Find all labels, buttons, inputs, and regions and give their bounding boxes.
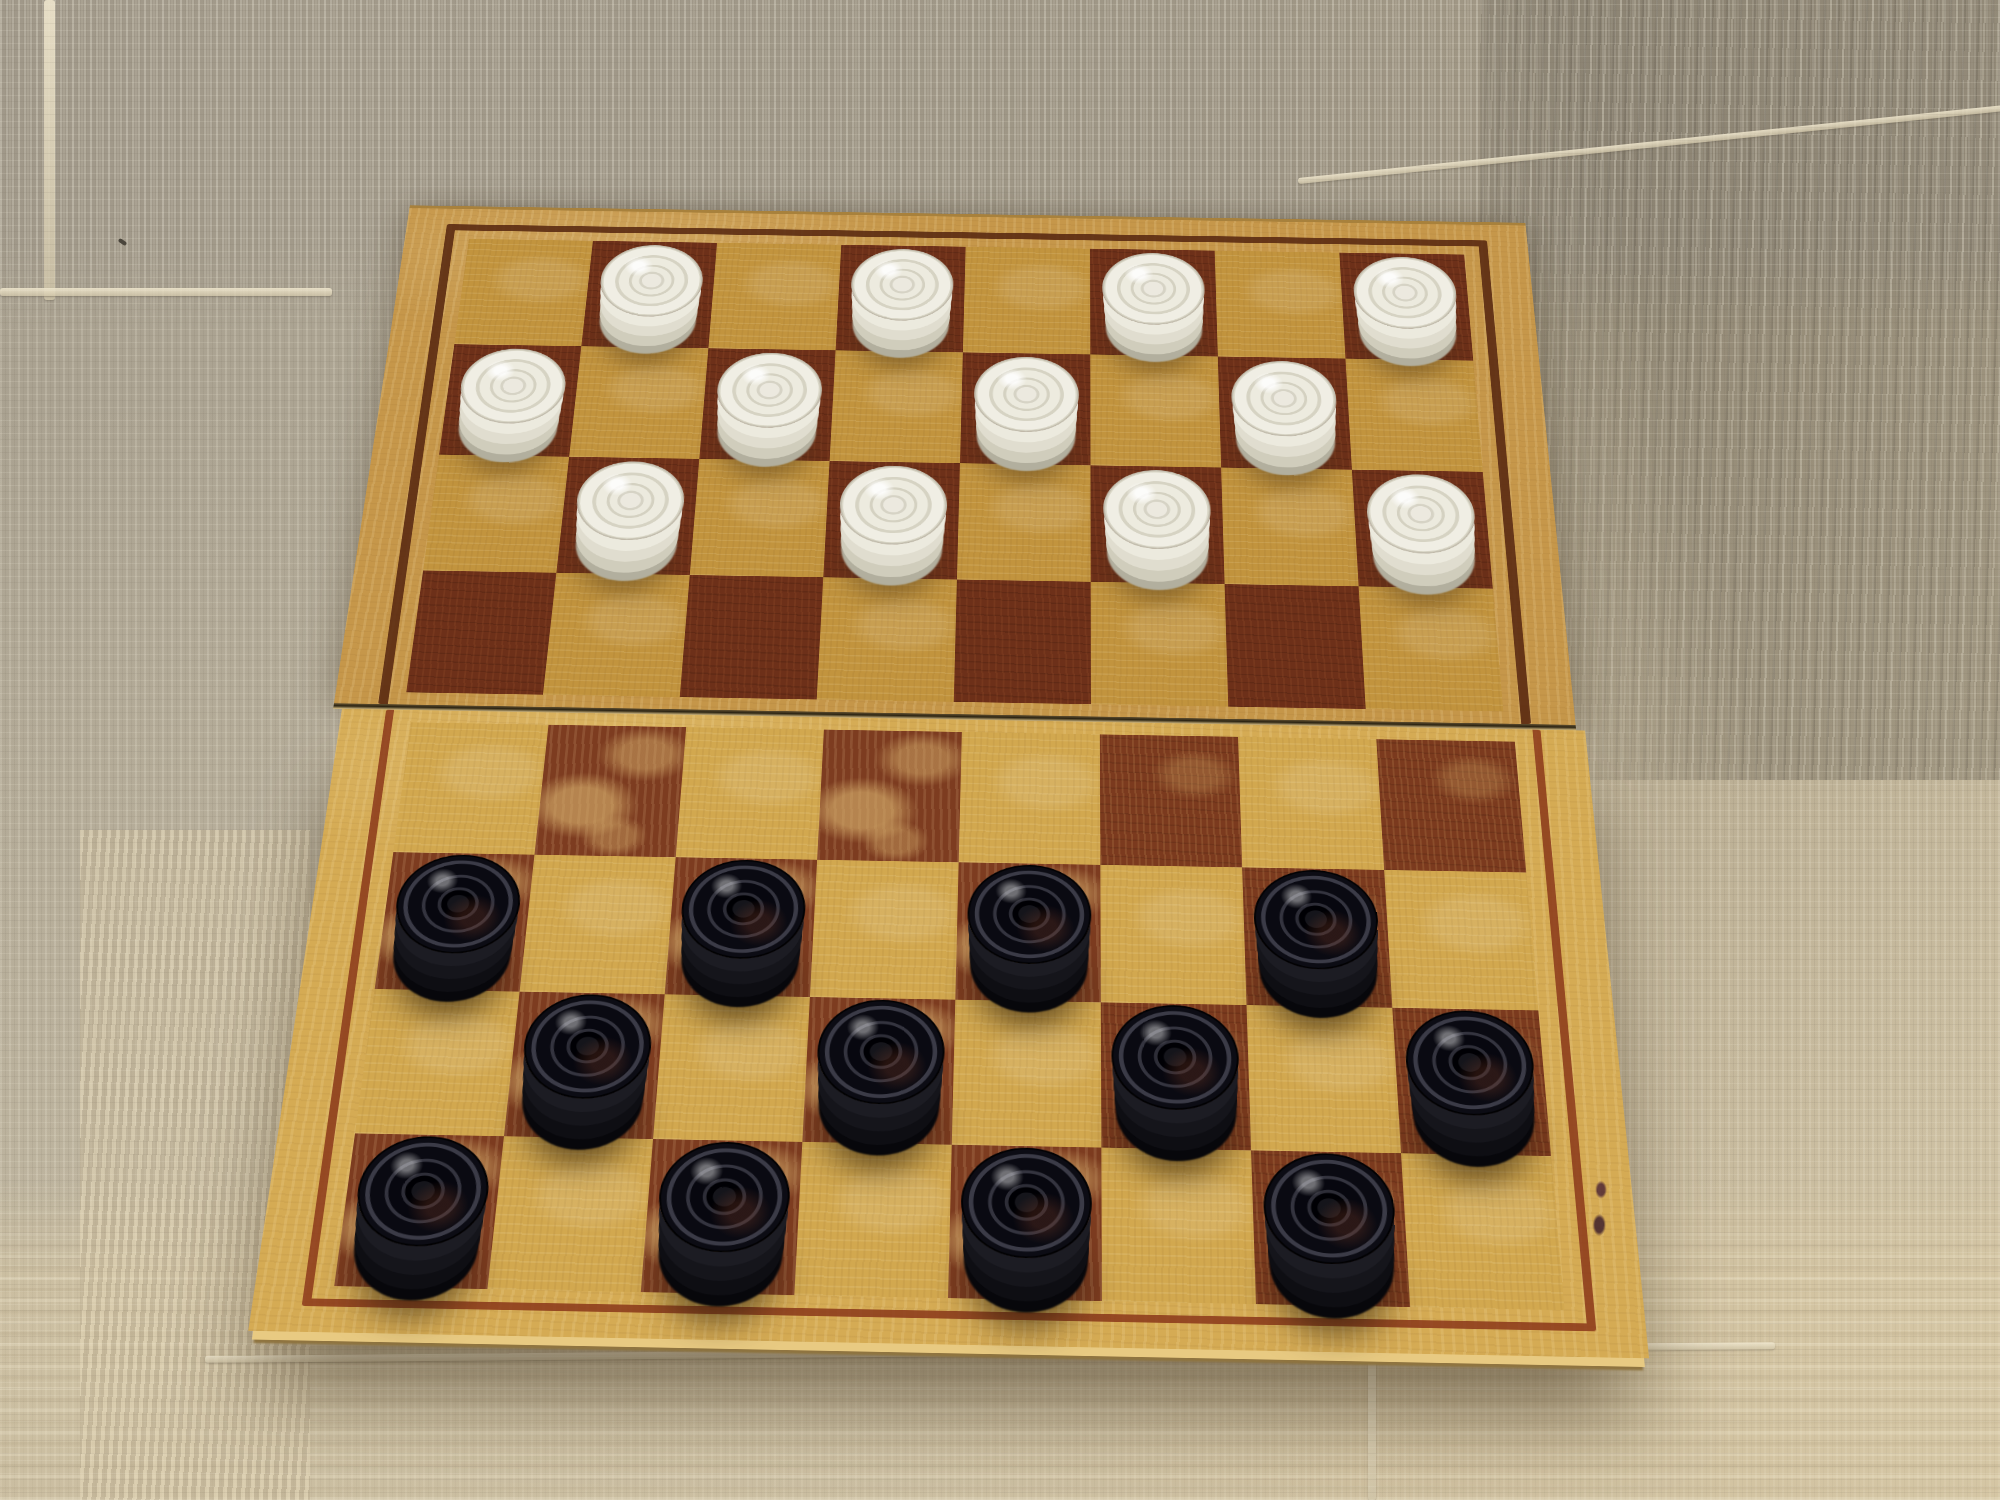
black-man-a1[interactable]: ⛂ xyxy=(350,1135,494,1247)
square-f3[interactable] xyxy=(1100,865,1246,1005)
square-g4[interactable] xyxy=(1238,737,1384,870)
square-b2[interactable]: ⛂ xyxy=(504,992,665,1139)
square-a4[interactable] xyxy=(393,722,548,854)
square-d4[interactable] xyxy=(817,730,962,863)
square-h8[interactable]: ⛀ xyxy=(1339,253,1473,361)
floor-seam xyxy=(1298,105,2000,184)
square-c3[interactable]: ⛂ xyxy=(665,857,817,997)
black-man-h2[interactable]: ⛂ xyxy=(1402,1009,1537,1116)
white-man-h8[interactable]: ⛀ xyxy=(1351,256,1458,329)
square-a1[interactable]: ⛂ xyxy=(334,1133,504,1289)
pen-mark xyxy=(1590,1178,1610,1239)
white-man-c7[interactable]: ⛀ xyxy=(714,352,823,429)
square-f4[interactable] xyxy=(1100,734,1242,867)
square-g5[interactable] xyxy=(1225,584,1366,709)
square-a7[interactable]: ⛀ xyxy=(439,344,581,457)
square-d3[interactable] xyxy=(810,860,959,1000)
square-f7[interactable] xyxy=(1090,354,1221,467)
square-a3[interactable]: ⛂ xyxy=(375,852,535,991)
square-a5[interactable] xyxy=(406,570,556,694)
black-man-g1[interactable]: ⛂ xyxy=(1261,1152,1397,1265)
floor-seam xyxy=(44,0,55,300)
board-bottom-half: ⛂⛂⛂⛂⛂⛂⛂⛂⛂⛂⛂⛂ xyxy=(248,709,1649,1358)
black-man-a3[interactable]: ⛂ xyxy=(390,853,525,954)
white-man-b8[interactable]: ⛀ xyxy=(597,244,706,317)
square-g6[interactable] xyxy=(1221,468,1358,587)
square-d6[interactable]: ⛀ xyxy=(823,461,960,579)
white-man-d8[interactable]: ⛀ xyxy=(849,248,954,321)
square-g1[interactable]: ⛂ xyxy=(1251,1150,1410,1307)
square-h3[interactable] xyxy=(1384,870,1538,1010)
white-man-g7[interactable]: ⛀ xyxy=(1230,360,1338,437)
black-man-e3[interactable]: ⛂ xyxy=(966,864,1091,965)
black-man-f2[interactable]: ⛂ xyxy=(1111,1004,1240,1111)
square-h7[interactable] xyxy=(1345,359,1482,472)
square-b3[interactable] xyxy=(520,855,676,995)
square-e3[interactable]: ⛂ xyxy=(955,862,1101,1002)
square-e5[interactable] xyxy=(954,580,1091,705)
black-man-g3[interactable]: ⛂ xyxy=(1252,869,1380,970)
square-c1[interactable]: ⛂ xyxy=(641,1139,803,1295)
square-c8[interactable] xyxy=(708,243,841,351)
square-f8[interactable]: ⛀ xyxy=(1090,249,1218,357)
square-h5[interactable] xyxy=(1359,586,1504,711)
square-b4[interactable] xyxy=(534,725,686,857)
square-a2[interactable] xyxy=(355,989,520,1136)
square-e4[interactable] xyxy=(959,732,1101,865)
square-a8[interactable] xyxy=(454,239,593,346)
white-man-d6[interactable]: ⛀ xyxy=(838,465,948,545)
white-man-f6[interactable]: ⛀ xyxy=(1103,469,1211,550)
square-g7[interactable]: ⛀ xyxy=(1218,357,1352,470)
white-man-b6[interactable]: ⛀ xyxy=(573,460,687,540)
black-man-d2[interactable]: ⛂ xyxy=(814,998,945,1105)
square-f5[interactable] xyxy=(1091,582,1229,707)
square-b5[interactable] xyxy=(543,573,690,697)
square-c2[interactable] xyxy=(653,994,810,1142)
square-d7[interactable] xyxy=(830,350,963,463)
white-man-h6[interactable]: ⛀ xyxy=(1364,473,1477,554)
square-a6[interactable] xyxy=(423,455,569,573)
square-c7[interactable]: ⛀ xyxy=(699,348,835,461)
square-d5[interactable] xyxy=(817,577,957,702)
floor-seam xyxy=(0,288,332,296)
square-b6[interactable]: ⛀ xyxy=(556,457,699,575)
square-h6[interactable]: ⛀ xyxy=(1352,470,1493,589)
floor-speck xyxy=(118,238,128,246)
square-e2[interactable] xyxy=(952,1000,1102,1148)
square-g2[interactable] xyxy=(1247,1005,1401,1153)
black-man-c1[interactable]: ⛂ xyxy=(654,1140,792,1253)
board-grid-bottom: ⛂⛂⛂⛂⛂⛂⛂⛂⛂⛂⛂⛂ xyxy=(334,722,1564,1310)
square-c5[interactable] xyxy=(680,575,824,699)
square-c4[interactable] xyxy=(676,727,824,860)
square-c6[interactable] xyxy=(690,459,830,577)
square-h4[interactable] xyxy=(1376,739,1526,872)
square-f1[interactable] xyxy=(1101,1148,1256,1305)
square-h2[interactable]: ⛂ xyxy=(1392,1008,1551,1156)
black-man-b2[interactable]: ⛂ xyxy=(518,993,655,1099)
board-top-half: ⛀⛀⛀⛀⛀⛀⛀⛀⛀⛀⛀⛀ xyxy=(334,205,1576,725)
board-scene: ⛀⛀⛀⛀⛀⛀⛀⛀⛀⛀⛀⛀ ⛂⛂⛂⛂⛂⛂⛂⛂⛂⛂⛂⛂ xyxy=(239,205,1639,1353)
checkers-board: ⛀⛀⛀⛀⛀⛀⛀⛀⛀⛀⛀⛀ ⛂⛂⛂⛂⛂⛂⛂⛂⛂⛂⛂⛂ xyxy=(239,205,1639,1353)
square-d1[interactable] xyxy=(794,1142,951,1298)
square-b8[interactable]: ⛀ xyxy=(581,241,717,348)
square-b7[interactable] xyxy=(569,346,708,459)
square-e6[interactable] xyxy=(957,463,1091,582)
square-g3[interactable]: ⛂ xyxy=(1242,867,1392,1007)
square-e8[interactable] xyxy=(963,247,1090,355)
white-man-e7[interactable]: ⛀ xyxy=(973,356,1078,433)
black-man-c3[interactable]: ⛂ xyxy=(677,858,807,959)
square-e7[interactable]: ⛀ xyxy=(960,352,1091,465)
square-f6[interactable]: ⛀ xyxy=(1090,465,1224,584)
black-man-e1[interactable]: ⛂ xyxy=(959,1146,1091,1259)
white-man-f8[interactable]: ⛀ xyxy=(1102,252,1205,325)
square-d2[interactable]: ⛂ xyxy=(802,997,955,1145)
square-g8[interactable] xyxy=(1215,251,1346,359)
square-h1[interactable] xyxy=(1401,1153,1565,1310)
floor-seam xyxy=(1368,1342,1376,1500)
board-grid-top: ⛀⛀⛀⛀⛀⛀⛀⛀⛀⛀⛀⛀ xyxy=(406,239,1503,711)
square-d8[interactable]: ⛀ xyxy=(836,245,966,353)
square-e1[interactable]: ⛂ xyxy=(948,1145,1102,1301)
white-man-a7[interactable]: ⛀ xyxy=(456,348,569,424)
square-b1[interactable] xyxy=(487,1136,653,1292)
square-f2[interactable]: ⛂ xyxy=(1101,1002,1251,1150)
